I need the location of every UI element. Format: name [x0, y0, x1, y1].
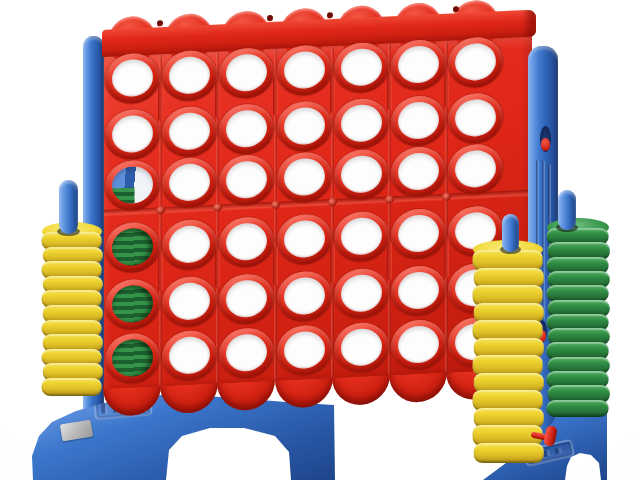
storage-peg-left-front	[59, 180, 78, 234]
slider-rod[interactable]	[541, 138, 550, 151]
seam-dimple	[271, 201, 280, 209]
rib-groove	[158, 251, 163, 291]
hole-backdrop	[398, 325, 439, 364]
hole-backdrop	[226, 53, 267, 92]
hole-backdrop	[169, 163, 210, 202]
top-rail-endcap	[522, 10, 536, 38]
hole-backdrop	[112, 285, 153, 324]
hole-backdrop	[341, 217, 382, 256]
hole-backdrop	[398, 101, 439, 140]
rib-groove	[215, 248, 220, 288]
hole-backdrop	[284, 220, 325, 259]
metallic-sticker	[60, 420, 93, 442]
left-front-disc-stack	[42, 222, 102, 395]
hole-backdrop	[398, 214, 439, 253]
hole-backdrop	[169, 336, 210, 375]
hole-backdrop	[398, 152, 439, 191]
rib-groove	[158, 81, 163, 121]
rib-groove	[273, 76, 278, 116]
hole-backdrop	[455, 42, 496, 81]
right-rear-disc-stack	[547, 218, 609, 416]
hole-backdrop	[169, 56, 210, 95]
hole-backdrop	[112, 59, 153, 98]
giant-connect-four-scene	[0, 0, 640, 480]
hole-backdrop	[341, 155, 382, 194]
rib-groove	[330, 73, 335, 113]
hole-backdrop	[341, 48, 382, 87]
rib-groove	[215, 78, 220, 118]
rail-pinhole	[267, 15, 273, 21]
green-disc	[547, 400, 609, 417]
hole-backdrop	[284, 331, 325, 370]
hole-backdrop	[226, 333, 267, 372]
hole-backdrop	[341, 274, 382, 313]
rail-pinhole	[157, 20, 163, 26]
hole-backdrop	[226, 160, 267, 199]
hole-backdrop	[284, 107, 325, 146]
hole-backdrop	[112, 228, 153, 267]
rail-pinhole	[327, 12, 333, 18]
hole-backdrop	[226, 109, 267, 148]
hole-backdrop	[398, 271, 439, 310]
hole-backdrop	[284, 277, 325, 316]
rib-groove	[387, 240, 392, 280]
yellow-disc	[474, 443, 544, 464]
hole-backdrop	[284, 51, 325, 90]
hole-backdrop	[112, 166, 153, 205]
hole-backdrop	[169, 112, 210, 151]
hole-backdrop	[112, 115, 153, 154]
hole-backdrop	[112, 339, 153, 378]
hole-backdrop	[284, 158, 325, 197]
yellow-disc	[42, 378, 102, 396]
rib-groove	[330, 243, 335, 283]
hole-backdrop	[169, 282, 210, 321]
storage-peg-right-rear	[558, 190, 576, 230]
rib-groove	[444, 238, 449, 278]
hole-backdrop	[455, 98, 496, 137]
rib-groove	[444, 68, 449, 108]
hole-backdrop	[341, 328, 382, 367]
hole-backdrop	[169, 225, 210, 264]
rib-groove	[273, 246, 278, 286]
right-front-disc-stack	[473, 240, 543, 462]
storage-peg-right-front	[502, 214, 519, 252]
rib-groove	[387, 70, 392, 110]
hole-backdrop	[226, 222, 267, 261]
hole-backdrop	[226, 279, 267, 318]
hole-backdrop	[398, 45, 439, 84]
hole-backdrop	[341, 104, 382, 143]
hole-backdrop	[455, 149, 496, 188]
